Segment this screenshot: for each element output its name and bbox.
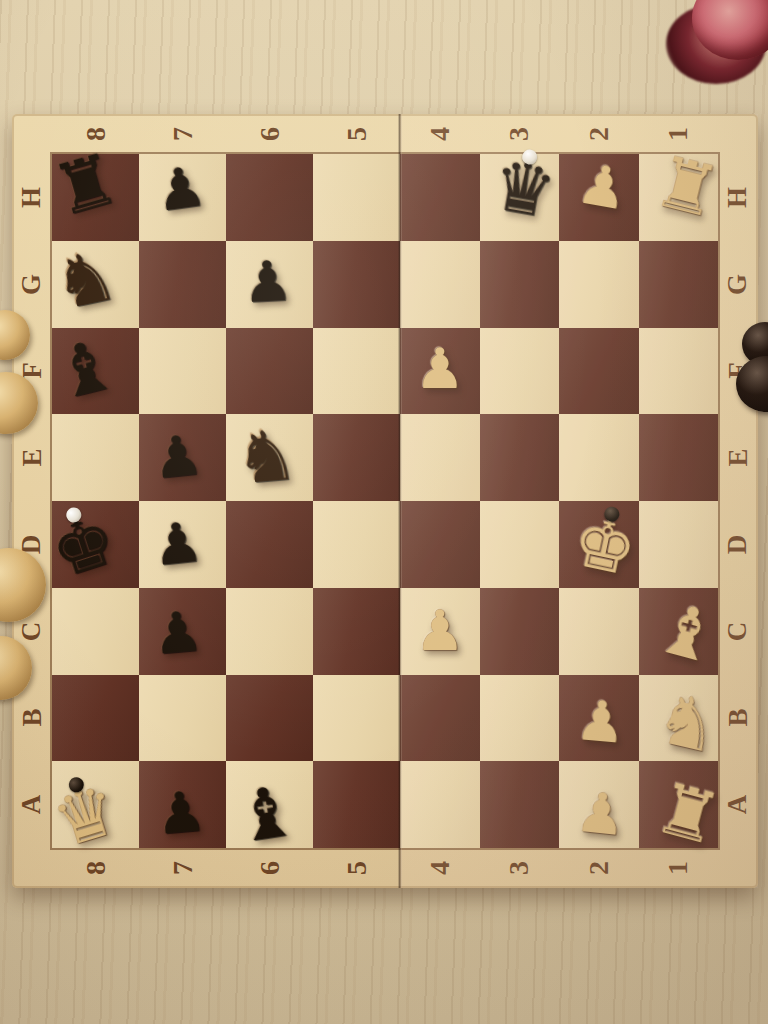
square-d5 [313, 501, 400, 588]
coordinate-label-3: 3 [480, 116, 560, 152]
rank-labels-bottom: 87654321 [52, 850, 718, 886]
black-pawn-e7: ♟ [130, 410, 226, 505]
chess-board: 87654321 87654321 HGFEDCBA HGFEDCBA ♜♟♛♟… [12, 114, 758, 888]
piece-glyph: ♞ [232, 420, 301, 495]
square-d4 [400, 501, 480, 588]
square-c4: ♟ [400, 588, 480, 675]
coordinate-label-a: A [719, 761, 757, 848]
coordinate-label-d: D [719, 501, 757, 588]
piece-glyph: ♜ [647, 146, 725, 229]
square-e7: ♟ [139, 414, 226, 501]
square-a6: ♝ [226, 761, 313, 848]
piece-glyph: ♟ [415, 341, 465, 397]
file-labels-left: HGFEDCBA [13, 154, 51, 848]
piece-glyph: ♟ [150, 603, 205, 663]
square-f6 [226, 328, 313, 415]
piece-glyph: ♜ [46, 143, 126, 228]
square-a3 [480, 761, 560, 848]
square-f1 [639, 328, 719, 415]
square-e2 [559, 414, 639, 501]
coordinate-label-a: A [13, 761, 51, 848]
square-b4 [400, 675, 480, 762]
square-a7: ♟ [139, 761, 226, 848]
piece-glyph: ♛ [45, 774, 125, 859]
black-knight-e6: ♞ [219, 411, 313, 505]
white-pawn-a2: ♟ [557, 767, 645, 862]
piece-glyph: ♟ [415, 603, 465, 659]
piece-glyph: ♚ [43, 503, 124, 589]
black-queen-h3: ♛ [477, 140, 570, 239]
board-fold-seam [398, 114, 402, 888]
piece-glyph: ♟ [573, 155, 632, 219]
black-pawn-c7: ♟ [130, 586, 224, 680]
square-h6 [226, 154, 313, 241]
square-c8 [52, 588, 139, 675]
square-a1: ♜ [639, 761, 719, 848]
coordinate-label-1: 1 [639, 850, 719, 886]
coordinate-label-h: H [719, 154, 757, 241]
square-d8: ♚ [52, 501, 139, 588]
square-h4 [400, 154, 480, 241]
square-a2: ♟ [559, 761, 639, 848]
square-b2: ♟ [559, 675, 639, 762]
coordinate-label-1: 1 [639, 116, 719, 152]
square-g8: ♞ [52, 241, 139, 328]
square-e3 [480, 414, 560, 501]
square-e1 [639, 414, 719, 501]
drink-glass [666, 0, 768, 86]
coordinate-label-4: 4 [400, 850, 480, 886]
square-g3 [480, 241, 560, 328]
square-f5 [313, 328, 400, 415]
photo-scene: 87654321 87654321 HGFEDCBA HGFEDCBA ♜♟♛♟… [0, 0, 768, 1024]
coordinate-label-5: 5 [313, 850, 400, 886]
square-f7 [139, 328, 226, 415]
square-a8: ♛ [52, 761, 139, 848]
piece-glyph: ♝ [230, 775, 303, 854]
square-d2: ♚ [559, 501, 639, 588]
black-pawn-h7: ♟ [131, 140, 229, 238]
square-e6: ♞ [226, 414, 313, 501]
black-pawn-a7: ♟ [133, 767, 227, 861]
square-b3 [480, 675, 560, 762]
square-b5 [313, 675, 400, 762]
coordinate-label-h: H [13, 154, 51, 241]
piece-glyph: ♞ [649, 682, 726, 764]
square-b7 [139, 675, 226, 762]
square-h7: ♟ [139, 154, 226, 241]
square-e4 [400, 414, 480, 501]
square-h1: ♜ [639, 154, 719, 241]
piece-glyph: ♝ [47, 327, 125, 410]
square-c7: ♟ [139, 588, 226, 675]
square-b6 [226, 675, 313, 762]
coordinate-label-e: E [719, 414, 757, 501]
black-pawn-g6: ♟ [222, 237, 313, 328]
square-c3 [480, 588, 560, 675]
coordinate-label-2: 2 [559, 850, 639, 886]
coordinate-label-6: 6 [226, 850, 313, 886]
white-pawn-c4: ♟ [400, 588, 480, 675]
coordinate-label-7: 7 [139, 116, 226, 152]
piece-glyph: ♟ [241, 253, 294, 312]
rank-labels-top: 87654321 [52, 116, 718, 152]
white-pawn-f4: ♟ [400, 326, 480, 413]
square-c2 [559, 588, 639, 675]
piece-glyph: ♟ [573, 692, 628, 752]
square-a5 [313, 761, 400, 848]
coordinate-label-8: 8 [52, 116, 139, 152]
square-d6 [226, 501, 313, 588]
square-h8: ♜ [52, 154, 139, 241]
piece-glyph: ♞ [48, 239, 124, 321]
square-b1: ♞ [639, 675, 719, 762]
file-labels-right: HGFEDCBA [719, 154, 757, 848]
coordinate-label-c: C [719, 588, 757, 675]
square-f2 [559, 328, 639, 415]
square-c6 [226, 588, 313, 675]
square-g5 [313, 241, 400, 328]
square-c5 [313, 588, 400, 675]
piece-glyph: ♟ [573, 784, 629, 845]
square-g1 [639, 241, 719, 328]
square-f3 [480, 328, 560, 415]
square-h5 [313, 154, 400, 241]
square-h3: ♛ [480, 154, 560, 241]
square-d7: ♟ [139, 501, 226, 588]
square-e5 [313, 414, 400, 501]
coordinate-label-b: B [719, 675, 757, 762]
square-g6: ♟ [226, 241, 313, 328]
square-d3 [480, 501, 560, 588]
board-squares: ♜♟♛♟♜♞♟♝♟♟♞♚♟♚♟♟♝♟♞♛♟♝♟♜ [52, 154, 718, 848]
square-e8 [52, 414, 139, 501]
square-b8 [52, 675, 139, 762]
piece-glyph: ♟ [152, 158, 210, 220]
piece-glyph: ♜ [648, 773, 727, 857]
black-pawn-d7: ♟ [130, 497, 226, 592]
square-f4: ♟ [400, 328, 480, 415]
square-a4 [400, 761, 480, 848]
square-g4 [400, 241, 480, 328]
coordinate-label-g: G [719, 241, 757, 328]
square-c1: ♝ [639, 588, 719, 675]
piece-glyph: ♝ [648, 591, 727, 675]
coordinate-label-4: 4 [400, 116, 480, 152]
coordinate-label-6: 6 [226, 116, 313, 152]
piece-glyph: ♟ [150, 514, 206, 575]
square-g7 [139, 241, 226, 328]
square-f8: ♝ [52, 328, 139, 415]
coordinate-label-7: 7 [139, 850, 226, 886]
coordinate-label-2: 2 [559, 116, 639, 152]
piece-glyph: ♟ [153, 784, 208, 844]
square-g2 [559, 241, 639, 328]
coordinate-label-8: 8 [52, 850, 139, 886]
square-h2: ♟ [559, 154, 639, 241]
white-pawn-b2: ♟ [557, 675, 644, 768]
coordinate-label-3: 3 [480, 850, 560, 886]
piece-glyph: ♟ [150, 427, 206, 488]
coordinate-label-5: 5 [313, 116, 400, 152]
white-pawn-h2: ♟ [556, 138, 649, 237]
